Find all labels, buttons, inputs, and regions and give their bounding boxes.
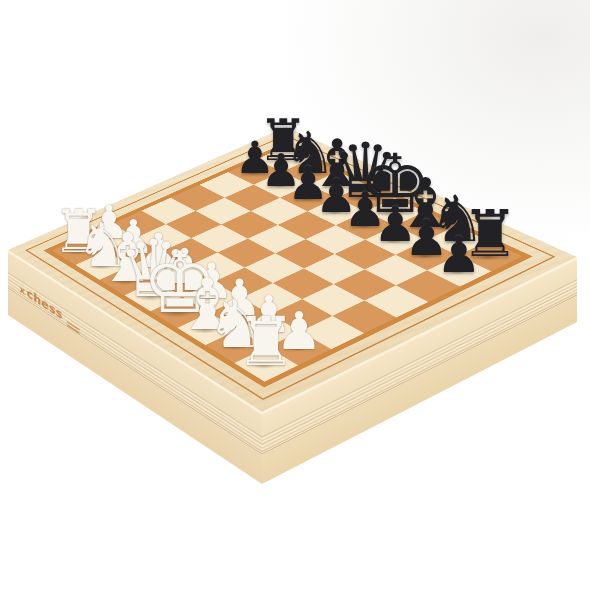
chess-set-photo: xchess ♜♞♝♛♚♝♞♜♟♟♟♟♟♟♟♟♟♟♟♟♟♟♟♟♜♞♝♛♚♝♞♜ bbox=[0, 0, 590, 590]
brand-tagline-lines bbox=[67, 320, 80, 333]
brand-mark-icon: x bbox=[20, 283, 26, 297]
